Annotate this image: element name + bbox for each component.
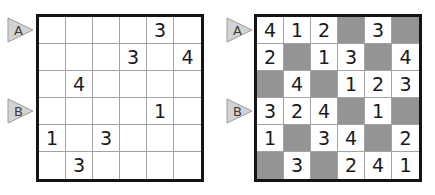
puzzle-cell-r6c3 [93,152,120,179]
solution-cell-r1c1: 4 [257,17,284,44]
solution-cell-r2c6: 4 [392,44,419,71]
solution-cell-r6c3 [311,152,338,179]
puzzle-cell-r3c1 [39,71,66,98]
solution-cell-r3c3 [311,71,338,98]
puzzle-cell-r4c4 [120,98,147,125]
puzzle-cell-r6c4 [120,152,147,179]
puzzle-cell-r1c4 [120,17,147,44]
solution-grid: 412321344123324113423241 [254,14,422,182]
puzzle-cell-r5c6 [174,125,201,152]
puzzle-cell-r6c2: 3 [66,152,93,179]
solution-cell-r6c1 [257,152,284,179]
solution-cell-r6c6: 1 [392,152,419,179]
puzzle-cell-r1c3 [93,17,120,44]
solution-cell-r4c4 [338,98,365,125]
puzzle-cell-r2c2 [66,44,93,71]
puzzle-cell-r5c2 [66,125,93,152]
puzzle-cell-r3c3 [93,71,120,98]
puzzle-cell-r6c5 [147,152,174,179]
puzzle-cell-r3c6 [174,71,201,98]
puzzle-cell-r1c6 [174,17,201,44]
solution-cell-r5c6: 2 [392,125,419,152]
marker-label: B [14,104,23,119]
marker-label: B [233,104,242,119]
solution-cell-r4c2: 2 [284,98,311,125]
puzzle-cell-r5c1: 1 [39,125,66,152]
puzzle-cell-r6c1 [39,152,66,179]
puzzle-cell-r3c4 [120,71,147,98]
solution-cell-r5c1: 1 [257,125,284,152]
puzzle-cell-r4c6 [174,98,201,125]
puzzle-cell-r2c6: 4 [174,44,201,71]
puzzle-cell-r4c1 [39,98,66,125]
puzzle-cell-r5c4 [120,125,147,152]
marker-label: A [14,23,23,38]
solution-cell-r2c5 [365,44,392,71]
solution-cell-r3c6: 3 [392,71,419,98]
solution-cell-r6c2: 3 [284,152,311,179]
solution-cell-r5c3: 3 [311,125,338,152]
solution-cell-r3c4: 1 [338,71,365,98]
solution-cell-r1c4 [338,17,365,44]
solution-cell-r2c1: 2 [257,44,284,71]
puzzle-cell-r2c1 [39,44,66,71]
puzzle-cell-r2c5 [147,44,174,71]
solution-cell-r4c1: 3 [257,98,284,125]
puzzle-cell-r3c2: 4 [66,71,93,98]
answer-row-marker-a-right: A [226,17,254,43]
solution-cell-r4c6 [392,98,419,125]
puzzle-cell-r4c5: 1 [147,98,174,125]
puzzle-cell-r1c1 [39,17,66,44]
solution-cell-r1c2: 1 [284,17,311,44]
marker-label: A [233,23,242,38]
answer-row-marker-b-right: B [226,98,254,124]
puzzle-figure: A B 33441133 A B 41232134412332411342324… [0,0,435,195]
puzzle-cell-r6c6 [174,152,201,179]
solution-cell-r1c3: 2 [311,17,338,44]
answer-row-marker-b-left: B [7,98,35,124]
solution-cell-r1c5: 3 [365,17,392,44]
puzzle-cell-r2c3 [93,44,120,71]
puzzle-cell-r4c3 [93,98,120,125]
puzzle-cell-r3c5 [147,71,174,98]
answer-row-marker-a-left: A [7,17,35,43]
solution-cell-r4c5: 1 [365,98,392,125]
solution-cell-r3c5: 2 [365,71,392,98]
puzzle-cell-r5c5 [147,125,174,152]
solution-cell-r2c2 [284,44,311,71]
solution-cell-r5c2 [284,125,311,152]
solution-cell-r5c5 [365,125,392,152]
solution-cell-r5c4: 4 [338,125,365,152]
solution-cell-r1c6 [392,17,419,44]
puzzle-cell-r2c4: 3 [120,44,147,71]
puzzle-cell-r1c5: 3 [147,17,174,44]
solution-cell-r6c5: 4 [365,152,392,179]
solution-cell-r2c4: 3 [338,44,365,71]
puzzle-cell-r4c2 [66,98,93,125]
puzzle-grid: 33441133 [36,14,204,182]
puzzle-cell-r1c2 [66,17,93,44]
solution-cell-r3c2: 4 [284,71,311,98]
solution-cell-r6c4: 2 [338,152,365,179]
puzzle-cell-r5c3: 3 [93,125,120,152]
solution-cell-r3c1 [257,71,284,98]
solution-cell-r2c3: 1 [311,44,338,71]
solution-cell-r4c3: 4 [311,98,338,125]
